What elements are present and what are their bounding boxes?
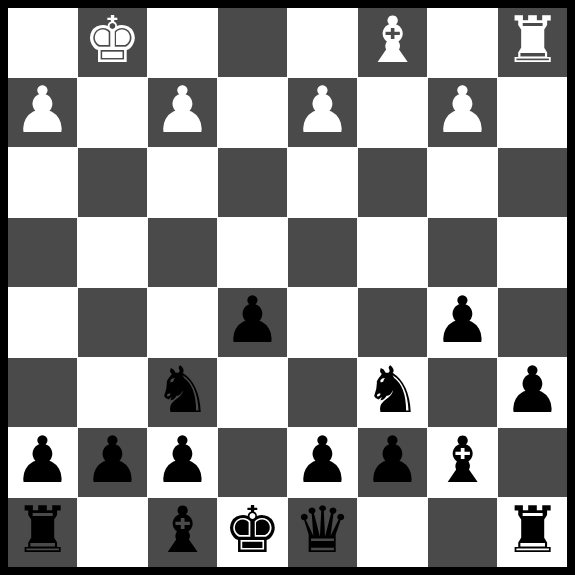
chess-board: ♚♝♜♟♟♟♟♟♟♞♞♟♟♟♟♟♟♝♜♝♚♛♜	[8, 8, 567, 567]
white-pawn-piece: ♟	[154, 78, 211, 145]
square-b1[interactable]	[428, 8, 497, 77]
black-queen-piece: ♛	[294, 498, 351, 565]
square-e6[interactable]	[218, 358, 287, 427]
square-h2[interactable]: ♟	[8, 78, 77, 147]
black-pawn-piece: ♟	[504, 358, 561, 425]
black-pawn-piece: ♟	[364, 428, 421, 495]
square-c8[interactable]	[358, 498, 427, 567]
square-h8[interactable]: ♜	[8, 498, 77, 567]
white-pawn-piece: ♟	[294, 78, 351, 145]
black-bishop-piece: ♝	[154, 498, 211, 565]
square-e8[interactable]: ♚	[218, 498, 287, 567]
square-d1[interactable]	[288, 8, 357, 77]
square-f4[interactable]	[148, 218, 217, 287]
chess-board-frame: ♚♝♜♟♟♟♟♟♟♞♞♟♟♟♟♟♟♝♜♝♚♛♜	[0, 0, 575, 575]
square-g6[interactable]	[78, 358, 147, 427]
black-pawn-piece: ♟	[84, 428, 141, 495]
square-a2[interactable]	[498, 78, 567, 147]
square-f2[interactable]: ♟	[148, 78, 217, 147]
square-e4[interactable]	[218, 218, 287, 287]
square-g3[interactable]	[78, 148, 147, 217]
square-g5[interactable]	[78, 288, 147, 357]
square-c2[interactable]	[358, 78, 427, 147]
square-c7[interactable]: ♟	[358, 428, 427, 497]
square-a7[interactable]	[498, 428, 567, 497]
square-c3[interactable]	[358, 148, 427, 217]
square-g4[interactable]	[78, 218, 147, 287]
square-b3[interactable]	[428, 148, 497, 217]
square-f6[interactable]: ♞	[148, 358, 217, 427]
square-e5[interactable]: ♟	[218, 288, 287, 357]
square-b8[interactable]	[428, 498, 497, 567]
square-d8[interactable]: ♛	[288, 498, 357, 567]
square-d5[interactable]	[288, 288, 357, 357]
square-a4[interactable]	[498, 218, 567, 287]
square-h4[interactable]	[8, 218, 77, 287]
square-h1[interactable]	[8, 8, 77, 77]
square-g7[interactable]: ♟	[78, 428, 147, 497]
square-d3[interactable]	[288, 148, 357, 217]
square-h5[interactable]	[8, 288, 77, 357]
square-g1[interactable]: ♚	[78, 8, 147, 77]
square-d7[interactable]: ♟	[288, 428, 357, 497]
white-king-piece: ♚	[84, 8, 141, 75]
square-f8[interactable]: ♝	[148, 498, 217, 567]
black-bishop-piece: ♝	[434, 428, 491, 495]
square-d4[interactable]	[288, 218, 357, 287]
square-g2[interactable]	[78, 78, 147, 147]
square-g8[interactable]	[78, 498, 147, 567]
square-b5[interactable]: ♟	[428, 288, 497, 357]
square-e3[interactable]	[218, 148, 287, 217]
black-pawn-piece: ♟	[434, 288, 491, 355]
square-b6[interactable]	[428, 358, 497, 427]
black-king-piece: ♚	[224, 498, 281, 565]
black-pawn-piece: ♟	[224, 288, 281, 355]
square-a8[interactable]: ♜	[498, 498, 567, 567]
square-a5[interactable]	[498, 288, 567, 357]
square-c6[interactable]: ♞	[358, 358, 427, 427]
square-h3[interactable]	[8, 148, 77, 217]
square-f3[interactable]	[148, 148, 217, 217]
square-f1[interactable]	[148, 8, 217, 77]
black-pawn-piece: ♟	[294, 428, 351, 495]
square-c5[interactable]	[358, 288, 427, 357]
square-b2[interactable]: ♟	[428, 78, 497, 147]
black-rook-piece: ♜	[14, 498, 71, 565]
white-rook-piece: ♜	[504, 8, 561, 75]
square-e7[interactable]	[218, 428, 287, 497]
square-c1[interactable]: ♝	[358, 8, 427, 77]
square-d2[interactable]: ♟	[288, 78, 357, 147]
black-knight-piece: ♞	[154, 358, 211, 425]
square-h6[interactable]	[8, 358, 77, 427]
black-rook-piece: ♜	[504, 498, 561, 565]
black-pawn-piece: ♟	[14, 428, 71, 495]
square-d6[interactable]	[288, 358, 357, 427]
black-pawn-piece: ♟	[154, 428, 211, 495]
white-bishop-piece: ♝	[364, 8, 421, 75]
white-pawn-piece: ♟	[14, 78, 71, 145]
white-pawn-piece: ♟	[434, 78, 491, 145]
square-f7[interactable]: ♟	[148, 428, 217, 497]
square-c4[interactable]	[358, 218, 427, 287]
square-h7[interactable]: ♟	[8, 428, 77, 497]
square-f5[interactable]	[148, 288, 217, 357]
square-b4[interactable]	[428, 218, 497, 287]
square-a3[interactable]	[498, 148, 567, 217]
square-a1[interactable]: ♜	[498, 8, 567, 77]
square-a6[interactable]: ♟	[498, 358, 567, 427]
square-b7[interactable]: ♝	[428, 428, 497, 497]
black-knight-piece: ♞	[364, 358, 421, 425]
square-e1[interactable]	[218, 8, 287, 77]
square-e2[interactable]	[218, 78, 287, 147]
